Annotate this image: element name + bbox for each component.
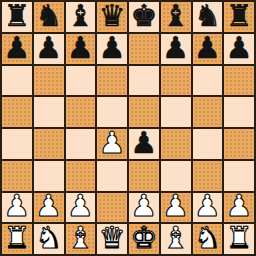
black-knight-icon[interactable]: ♞ xyxy=(194,2,221,30)
white-rook-icon[interactable]: ♜ xyxy=(226,224,253,252)
square-h5[interactable] xyxy=(224,97,254,127)
square-d4[interactable]: ♟ xyxy=(97,129,127,159)
square-d1[interactable]: ♛ xyxy=(97,224,127,254)
black-pawn-icon[interactable]: ♟ xyxy=(35,34,62,62)
white-queen-icon[interactable]: ♛ xyxy=(99,224,126,252)
square-a5[interactable] xyxy=(2,97,32,127)
square-h8[interactable]: ♜ xyxy=(224,2,254,32)
square-e5[interactable] xyxy=(129,97,159,127)
square-g6[interactable] xyxy=(193,66,223,96)
black-bishop-icon[interactable]: ♝ xyxy=(162,2,189,30)
square-b2[interactable]: ♟ xyxy=(34,193,64,223)
square-e3[interactable] xyxy=(129,161,159,191)
white-pawn-icon[interactable]: ♟ xyxy=(35,193,62,221)
square-c6[interactable] xyxy=(66,66,96,96)
square-e8[interactable]: ♚ xyxy=(129,2,159,32)
square-b6[interactable] xyxy=(34,66,64,96)
square-g3[interactable] xyxy=(193,161,223,191)
square-g1[interactable]: ♞ xyxy=(193,224,223,254)
black-knight-icon[interactable]: ♞ xyxy=(35,2,62,30)
square-h4[interactable] xyxy=(224,129,254,159)
black-pawn-icon[interactable]: ♟ xyxy=(67,34,94,62)
square-f7[interactable]: ♟ xyxy=(161,34,191,64)
white-pawn-icon[interactable]: ♟ xyxy=(194,193,221,221)
chess-board: ♜♞♝♛♚♝♞♜♟♟♟♟♟♟♟♟♟♟♟♟♟♟♟♟♜♞♝♛♚♝♞♜ xyxy=(0,0,256,256)
square-c2[interactable]: ♟ xyxy=(66,193,96,223)
black-pawn-icon[interactable]: ♟ xyxy=(130,129,157,157)
black-rook-icon[interactable]: ♜ xyxy=(226,2,253,30)
white-bishop-icon[interactable]: ♝ xyxy=(162,224,189,252)
square-c5[interactable] xyxy=(66,97,96,127)
black-pawn-icon[interactable]: ♟ xyxy=(226,34,253,62)
square-c3[interactable] xyxy=(66,161,96,191)
square-f8[interactable]: ♝ xyxy=(161,2,191,32)
square-a3[interactable] xyxy=(2,161,32,191)
square-d5[interactable] xyxy=(97,97,127,127)
square-d2[interactable] xyxy=(97,193,127,223)
square-g4[interactable] xyxy=(193,129,223,159)
white-bishop-icon[interactable]: ♝ xyxy=(67,224,94,252)
square-b4[interactable] xyxy=(34,129,64,159)
square-d6[interactable] xyxy=(97,66,127,96)
square-c7[interactable]: ♟ xyxy=(66,34,96,64)
black-bishop-icon[interactable]: ♝ xyxy=(67,2,94,30)
square-a7[interactable]: ♟ xyxy=(2,34,32,64)
white-pawn-icon[interactable]: ♟ xyxy=(130,193,157,221)
white-pawn-icon[interactable]: ♟ xyxy=(162,193,189,221)
square-h2[interactable]: ♟ xyxy=(224,193,254,223)
square-f3[interactable] xyxy=(161,161,191,191)
square-e1[interactable]: ♚ xyxy=(129,224,159,254)
black-king-icon[interactable]: ♚ xyxy=(130,2,157,30)
square-c4[interactable] xyxy=(66,129,96,159)
square-b7[interactable]: ♟ xyxy=(34,34,64,64)
square-b1[interactable]: ♞ xyxy=(34,224,64,254)
square-f4[interactable] xyxy=(161,129,191,159)
square-d7[interactable]: ♟ xyxy=(97,34,127,64)
white-king-icon[interactable]: ♚ xyxy=(130,224,157,252)
black-pawn-icon[interactable]: ♟ xyxy=(162,34,189,62)
square-g2[interactable]: ♟ xyxy=(193,193,223,223)
square-h6[interactable] xyxy=(224,66,254,96)
square-a6[interactable] xyxy=(2,66,32,96)
square-c1[interactable]: ♝ xyxy=(66,224,96,254)
square-a8[interactable]: ♜ xyxy=(2,2,32,32)
white-knight-icon[interactable]: ♞ xyxy=(194,224,221,252)
black-pawn-icon[interactable]: ♟ xyxy=(99,34,126,62)
square-a4[interactable] xyxy=(2,129,32,159)
square-h7[interactable]: ♟ xyxy=(224,34,254,64)
square-h1[interactable]: ♜ xyxy=(224,224,254,254)
square-f1[interactable]: ♝ xyxy=(161,224,191,254)
black-rook-icon[interactable]: ♜ xyxy=(3,2,30,30)
square-e4[interactable]: ♟ xyxy=(129,129,159,159)
square-d3[interactable] xyxy=(97,161,127,191)
square-b3[interactable] xyxy=(34,161,64,191)
white-knight-icon[interactable]: ♞ xyxy=(35,224,62,252)
white-pawn-icon[interactable]: ♟ xyxy=(99,129,126,157)
square-g5[interactable] xyxy=(193,97,223,127)
square-e2[interactable]: ♟ xyxy=(129,193,159,223)
square-g7[interactable]: ♟ xyxy=(193,34,223,64)
square-d8[interactable]: ♛ xyxy=(97,2,127,32)
square-h3[interactable] xyxy=(224,161,254,191)
square-c8[interactable]: ♝ xyxy=(66,2,96,32)
square-g8[interactable]: ♞ xyxy=(193,2,223,32)
square-b5[interactable] xyxy=(34,97,64,127)
black-queen-icon[interactable]: ♛ xyxy=(99,2,126,30)
square-a2[interactable]: ♟ xyxy=(2,193,32,223)
square-f2[interactable]: ♟ xyxy=(161,193,191,223)
black-pawn-icon[interactable]: ♟ xyxy=(3,34,30,62)
square-f5[interactable] xyxy=(161,97,191,127)
square-e7[interactable] xyxy=(129,34,159,64)
square-b8[interactable]: ♞ xyxy=(34,2,64,32)
white-rook-icon[interactable]: ♜ xyxy=(3,224,30,252)
square-a1[interactable]: ♜ xyxy=(2,224,32,254)
square-e6[interactable] xyxy=(129,66,159,96)
white-pawn-icon[interactable]: ♟ xyxy=(226,193,253,221)
white-pawn-icon[interactable]: ♟ xyxy=(3,193,30,221)
white-pawn-icon[interactable]: ♟ xyxy=(67,193,94,221)
black-pawn-icon[interactable]: ♟ xyxy=(194,34,221,62)
square-f6[interactable] xyxy=(161,66,191,96)
